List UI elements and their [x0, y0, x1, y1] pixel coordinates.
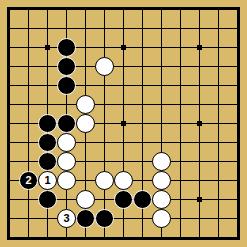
black-stone	[57, 114, 76, 133]
intersection[interactable]	[76, 0, 95, 19]
intersection[interactable]	[19, 19, 38, 38]
white-stone	[57, 171, 76, 190]
intersection[interactable]	[171, 76, 190, 95]
intersection[interactable]	[190, 190, 209, 209]
intersection[interactable]	[228, 190, 247, 209]
intersection[interactable]	[57, 190, 76, 209]
intersection[interactable]	[152, 228, 171, 247]
intersection[interactable]	[133, 152, 152, 171]
white-stone	[95, 171, 114, 190]
white-stone	[152, 190, 171, 209]
intersection[interactable]	[76, 114, 95, 133]
intersection[interactable]	[19, 190, 38, 209]
intersection[interactable]	[95, 95, 114, 114]
intersection[interactable]	[57, 228, 76, 247]
intersection[interactable]	[95, 114, 114, 133]
intersection[interactable]	[133, 0, 152, 19]
intersection[interactable]	[133, 228, 152, 247]
intersection[interactable]	[76, 38, 95, 57]
intersection[interactable]	[133, 19, 152, 38]
white-stone	[152, 152, 171, 171]
intersection[interactable]	[228, 228, 247, 247]
intersection[interactable]	[114, 190, 133, 209]
intersection[interactable]	[95, 76, 114, 95]
intersection[interactable]	[171, 209, 190, 228]
intersection[interactable]	[0, 57, 19, 76]
black-stone	[38, 190, 57, 209]
intersection[interactable]	[57, 95, 76, 114]
intersection[interactable]	[19, 0, 38, 19]
intersection[interactable]	[19, 152, 38, 171]
intersection[interactable]	[209, 209, 228, 228]
black-stone	[38, 133, 57, 152]
intersection[interactable]	[152, 133, 171, 152]
intersection[interactable]	[152, 0, 171, 19]
white-stone	[152, 171, 171, 190]
intersection[interactable]	[228, 0, 247, 19]
intersection[interactable]	[171, 152, 190, 171]
intersection[interactable]	[152, 209, 171, 228]
intersection[interactable]	[76, 228, 95, 247]
intersection[interactable]	[190, 228, 209, 247]
intersection[interactable]	[114, 152, 133, 171]
star-point	[197, 121, 202, 126]
intersection[interactable]	[0, 190, 19, 209]
intersection[interactable]	[38, 76, 57, 95]
intersection[interactable]	[95, 19, 114, 38]
intersection[interactable]	[19, 38, 38, 57]
go-board: 213	[0, 0, 247, 247]
intersection[interactable]	[57, 57, 76, 76]
intersection[interactable]	[133, 133, 152, 152]
intersection[interactable]	[0, 133, 19, 152]
black-stone	[38, 152, 57, 171]
black-stone	[76, 209, 95, 228]
intersection[interactable]	[76, 190, 95, 209]
intersection[interactable]	[0, 76, 19, 95]
intersection[interactable]	[171, 228, 190, 247]
intersection[interactable]	[57, 76, 76, 95]
intersection[interactable]	[0, 95, 19, 114]
intersection[interactable]	[209, 76, 228, 95]
intersection[interactable]	[228, 76, 247, 95]
intersection[interactable]	[133, 38, 152, 57]
intersection[interactable]	[133, 114, 152, 133]
intersection[interactable]	[38, 190, 57, 209]
intersection[interactable]	[190, 152, 209, 171]
intersection[interactable]	[57, 133, 76, 152]
black-stone	[57, 76, 76, 95]
intersection[interactable]	[76, 19, 95, 38]
intersection[interactable]	[76, 57, 95, 76]
intersection[interactable]	[190, 76, 209, 95]
intersection[interactable]	[228, 95, 247, 114]
intersection[interactable]	[95, 228, 114, 247]
intersection[interactable]	[114, 95, 133, 114]
intersection[interactable]	[133, 76, 152, 95]
stone-move-number: 3	[63, 213, 69, 224]
intersection[interactable]	[0, 228, 19, 247]
intersection[interactable]	[190, 19, 209, 38]
black-stone	[133, 190, 152, 209]
intersection[interactable]	[228, 57, 247, 76]
star-point	[197, 197, 202, 202]
white-stone: 3	[57, 209, 76, 228]
black-stone	[57, 38, 76, 57]
intersection[interactable]	[152, 57, 171, 76]
white-stone	[114, 171, 133, 190]
star-point	[197, 45, 202, 50]
white-stone	[76, 95, 95, 114]
intersection[interactable]	[114, 171, 133, 190]
intersection[interactable]	[228, 19, 247, 38]
intersection[interactable]	[95, 190, 114, 209]
white-stone: 1	[38, 171, 57, 190]
stone-move-number: 2	[25, 175, 31, 186]
intersection[interactable]	[190, 133, 209, 152]
intersection[interactable]	[19, 209, 38, 228]
intersection[interactable]	[152, 152, 171, 171]
white-stone	[152, 209, 171, 228]
intersection[interactable]	[95, 57, 114, 76]
intersection[interactable]	[95, 209, 114, 228]
intersection[interactable]	[209, 152, 228, 171]
intersection[interactable]	[38, 95, 57, 114]
intersection[interactable]	[171, 95, 190, 114]
intersection[interactable]	[0, 0, 19, 19]
star-point	[121, 45, 126, 50]
intersection[interactable]	[190, 38, 209, 57]
intersection[interactable]	[19, 228, 38, 247]
intersection[interactable]	[95, 133, 114, 152]
intersection[interactable]	[95, 38, 114, 57]
intersection[interactable]	[190, 171, 209, 190]
white-stone	[95, 57, 114, 76]
intersection[interactable]	[114, 38, 133, 57]
intersection[interactable]	[38, 57, 57, 76]
intersection[interactable]	[19, 76, 38, 95]
intersection[interactable]	[171, 0, 190, 19]
intersection[interactable]	[57, 0, 76, 19]
intersection[interactable]	[171, 133, 190, 152]
intersection[interactable]	[152, 19, 171, 38]
white-stone	[57, 152, 76, 171]
intersection[interactable]	[209, 0, 228, 19]
intersection[interactable]	[133, 209, 152, 228]
intersection[interactable]	[171, 19, 190, 38]
intersection[interactable]	[95, 0, 114, 19]
intersection[interactable]	[171, 114, 190, 133]
intersection[interactable]	[19, 114, 38, 133]
intersection[interactable]	[209, 38, 228, 57]
star-point	[121, 121, 126, 126]
black-stone	[38, 114, 57, 133]
intersection[interactable]: 1	[38, 171, 57, 190]
intersection[interactable]	[38, 114, 57, 133]
intersection[interactable]	[209, 228, 228, 247]
intersection[interactable]	[133, 171, 152, 190]
intersection[interactable]	[114, 133, 133, 152]
intersection[interactable]	[76, 171, 95, 190]
intersection[interactable]	[228, 38, 247, 57]
intersection[interactable]	[0, 114, 19, 133]
intersection[interactable]	[133, 190, 152, 209]
intersection[interactable]	[209, 171, 228, 190]
intersection[interactable]	[190, 209, 209, 228]
intersection[interactable]	[114, 0, 133, 19]
intersection[interactable]	[171, 171, 190, 190]
intersection[interactable]: 3	[57, 209, 76, 228]
intersection[interactable]	[76, 76, 95, 95]
intersection[interactable]	[190, 95, 209, 114]
star-point	[45, 45, 50, 50]
intersection[interactable]	[209, 114, 228, 133]
black-stone: 2	[19, 171, 38, 190]
intersection[interactable]	[152, 95, 171, 114]
intersection[interactable]	[38, 133, 57, 152]
intersection[interactable]: 2	[19, 171, 38, 190]
intersection[interactable]	[19, 57, 38, 76]
intersection[interactable]	[38, 19, 57, 38]
intersection[interactable]	[114, 114, 133, 133]
intersection[interactable]	[190, 57, 209, 76]
intersection[interactable]	[209, 57, 228, 76]
white-stone	[76, 190, 95, 209]
intersection[interactable]	[0, 171, 19, 190]
intersection[interactable]	[228, 171, 247, 190]
intersection[interactable]	[19, 95, 38, 114]
intersection[interactable]	[0, 152, 19, 171]
white-stone	[76, 114, 95, 133]
intersection[interactable]	[133, 57, 152, 76]
intersection[interactable]	[171, 57, 190, 76]
intersection[interactable]	[38, 209, 57, 228]
intersection[interactable]	[228, 114, 247, 133]
intersection[interactable]	[38, 0, 57, 19]
intersection[interactable]	[152, 76, 171, 95]
intersection[interactable]	[209, 133, 228, 152]
intersection[interactable]	[0, 38, 19, 57]
intersection[interactable]	[228, 133, 247, 152]
intersection[interactable]	[57, 114, 76, 133]
intersection[interactable]	[190, 114, 209, 133]
black-stone	[95, 209, 114, 228]
intersection[interactable]	[114, 19, 133, 38]
intersection[interactable]	[76, 152, 95, 171]
intersection[interactable]	[38, 152, 57, 171]
stone-move-number: 1	[44, 175, 50, 186]
intersection[interactable]	[228, 152, 247, 171]
board-grid: 213	[0, 0, 247, 247]
white-stone	[57, 133, 76, 152]
intersection[interactable]	[95, 152, 114, 171]
intersection[interactable]	[152, 38, 171, 57]
intersection[interactable]	[171, 38, 190, 57]
intersection[interactable]	[38, 38, 57, 57]
intersection[interactable]	[114, 228, 133, 247]
intersection[interactable]	[114, 57, 133, 76]
intersection[interactable]	[209, 190, 228, 209]
intersection[interactable]	[95, 171, 114, 190]
intersection[interactable]	[114, 209, 133, 228]
intersection[interactable]	[209, 95, 228, 114]
black-stone	[114, 190, 133, 209]
intersection[interactable]	[133, 95, 152, 114]
intersection[interactable]	[152, 190, 171, 209]
intersection[interactable]	[57, 152, 76, 171]
intersection[interactable]	[114, 76, 133, 95]
intersection[interactable]	[209, 19, 228, 38]
intersection[interactable]	[76, 209, 95, 228]
intersection[interactable]	[57, 38, 76, 57]
black-stone	[57, 57, 76, 76]
intersection[interactable]	[152, 171, 171, 190]
intersection[interactable]	[19, 133, 38, 152]
intersection[interactable]	[38, 228, 57, 247]
intersection[interactable]	[76, 133, 95, 152]
intersection[interactable]	[190, 0, 209, 19]
intersection[interactable]	[171, 190, 190, 209]
intersection[interactable]	[57, 171, 76, 190]
intersection[interactable]	[152, 114, 171, 133]
intersection[interactable]	[76, 95, 95, 114]
intersection[interactable]	[57, 19, 76, 38]
intersection[interactable]	[0, 209, 19, 228]
intersection[interactable]	[228, 209, 247, 228]
intersection[interactable]	[0, 19, 19, 38]
